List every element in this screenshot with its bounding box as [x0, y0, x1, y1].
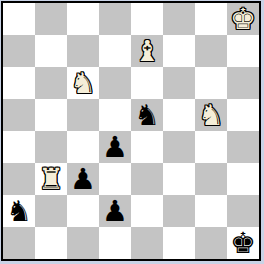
- square-a4[interactable]: [3, 131, 35, 163]
- square-c8[interactable]: [67, 3, 99, 35]
- black-pawn: ♟: [102, 195, 128, 227]
- square-f7[interactable]: [163, 35, 195, 67]
- square-b6[interactable]: [35, 67, 67, 99]
- square-b5[interactable]: [35, 99, 67, 131]
- square-g2[interactable]: [195, 195, 227, 227]
- square-a8[interactable]: [3, 3, 35, 35]
- white-bishop: ♝: [134, 35, 160, 67]
- square-b7[interactable]: [35, 35, 67, 67]
- square-e3[interactable]: [131, 163, 163, 195]
- square-d7[interactable]: [99, 35, 131, 67]
- square-b1[interactable]: [35, 227, 67, 259]
- square-e7[interactable]: ♝: [131, 35, 163, 67]
- square-h7[interactable]: [227, 35, 259, 67]
- square-d3[interactable]: [99, 163, 131, 195]
- square-a1[interactable]: [3, 227, 35, 259]
- square-c1[interactable]: [67, 227, 99, 259]
- white-king: ♚: [230, 3, 256, 35]
- square-e8[interactable]: [131, 3, 163, 35]
- square-a7[interactable]: [3, 35, 35, 67]
- black-pawn: ♟: [102, 131, 128, 163]
- square-e6[interactable]: [131, 67, 163, 99]
- square-g1[interactable]: [195, 227, 227, 259]
- square-c7[interactable]: [67, 35, 99, 67]
- square-h8[interactable]: ♚: [227, 3, 259, 35]
- chess-diagram-page: ♚♝♞♞♞♟♜♟♞♟♚: [0, 0, 264, 264]
- white-knight: ♞: [70, 67, 96, 99]
- square-a3[interactable]: [3, 163, 35, 195]
- square-h5[interactable]: [227, 99, 259, 131]
- black-king: ♚: [230, 227, 256, 259]
- square-b8[interactable]: [35, 3, 67, 35]
- square-g4[interactable]: [195, 131, 227, 163]
- square-f4[interactable]: [163, 131, 195, 163]
- square-h4[interactable]: [227, 131, 259, 163]
- square-f6[interactable]: [163, 67, 195, 99]
- square-f3[interactable]: [163, 163, 195, 195]
- board-frame: ♚♝♞♞♞♟♜♟♞♟♚: [1, 1, 261, 261]
- square-g6[interactable]: [195, 67, 227, 99]
- square-c5[interactable]: [67, 99, 99, 131]
- square-e2[interactable]: [131, 195, 163, 227]
- square-b4[interactable]: [35, 131, 67, 163]
- square-e1[interactable]: [131, 227, 163, 259]
- square-g5[interactable]: ♞: [195, 99, 227, 131]
- black-knight: ♞: [134, 99, 160, 131]
- white-rook: ♜: [38, 163, 64, 195]
- square-e4[interactable]: [131, 131, 163, 163]
- white-knight: ♞: [198, 99, 224, 131]
- square-c3[interactable]: ♟: [67, 163, 99, 195]
- square-b2[interactable]: [35, 195, 67, 227]
- square-h6[interactable]: [227, 67, 259, 99]
- square-d6[interactable]: [99, 67, 131, 99]
- black-knight: ♞: [6, 195, 32, 227]
- square-h1[interactable]: ♚: [227, 227, 259, 259]
- square-c4[interactable]: [67, 131, 99, 163]
- square-g8[interactable]: [195, 3, 227, 35]
- square-a5[interactable]: [3, 99, 35, 131]
- square-h2[interactable]: [227, 195, 259, 227]
- square-d5[interactable]: [99, 99, 131, 131]
- square-c6[interactable]: ♞: [67, 67, 99, 99]
- square-d8[interactable]: [99, 3, 131, 35]
- square-g7[interactable]: [195, 35, 227, 67]
- square-f1[interactable]: [163, 227, 195, 259]
- square-b3[interactable]: ♜: [35, 163, 67, 195]
- square-a2[interactable]: ♞: [3, 195, 35, 227]
- square-a6[interactable]: [3, 67, 35, 99]
- square-d1[interactable]: [99, 227, 131, 259]
- square-h3[interactable]: [227, 163, 259, 195]
- square-d4[interactable]: ♟: [99, 131, 131, 163]
- square-e5[interactable]: ♞: [131, 99, 163, 131]
- black-pawn: ♟: [70, 163, 96, 195]
- chess-board: ♚♝♞♞♞♟♜♟♞♟♚: [3, 3, 259, 259]
- square-f5[interactable]: [163, 99, 195, 131]
- square-c2[interactable]: [67, 195, 99, 227]
- square-f8[interactable]: [163, 3, 195, 35]
- square-f2[interactable]: [163, 195, 195, 227]
- square-g3[interactable]: [195, 163, 227, 195]
- square-d2[interactable]: ♟: [99, 195, 131, 227]
